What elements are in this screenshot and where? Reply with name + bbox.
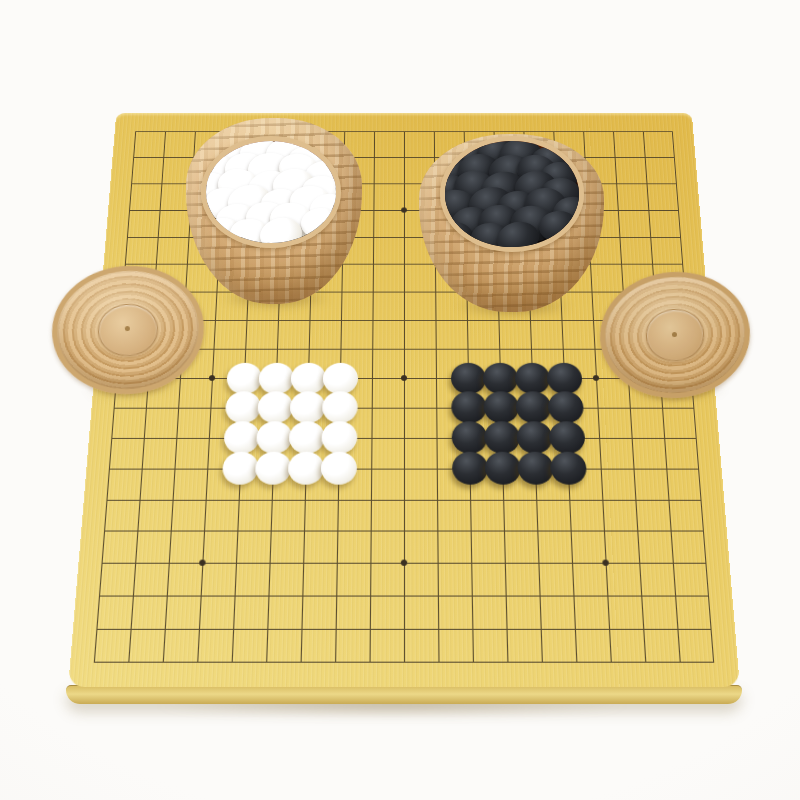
grid-cell bbox=[335, 629, 370, 663]
grid-cell bbox=[618, 210, 650, 237]
grid-cell bbox=[472, 596, 507, 629]
grid-cell bbox=[302, 563, 336, 596]
grid-cell bbox=[370, 596, 404, 629]
grid-cell bbox=[309, 320, 341, 349]
grid-cell bbox=[341, 320, 373, 349]
grid-cell bbox=[165, 596, 201, 629]
bowl-opening-white bbox=[201, 136, 341, 248]
grid-cell bbox=[372, 320, 404, 349]
grid-cell bbox=[373, 292, 404, 320]
black-stone[interactable] bbox=[482, 362, 518, 393]
grid-cell bbox=[569, 499, 604, 531]
grid-cell bbox=[236, 531, 271, 563]
grid-cell bbox=[137, 499, 172, 531]
grid-cell bbox=[540, 596, 575, 629]
grid-cell bbox=[541, 629, 577, 663]
grid-cell bbox=[199, 596, 235, 629]
grid-cell bbox=[664, 438, 699, 469]
grid-cell bbox=[472, 629, 507, 663]
black-stone-bowl[interactable] bbox=[418, 128, 605, 316]
grid-cell bbox=[505, 563, 540, 596]
grid-cell bbox=[371, 499, 404, 531]
grid-cell bbox=[371, 408, 404, 438]
grid-cell bbox=[470, 499, 504, 531]
grid-cell bbox=[374, 157, 404, 183]
grid-cell bbox=[604, 531, 639, 563]
grid-cell bbox=[602, 499, 637, 531]
black-stone[interactable] bbox=[451, 452, 487, 485]
grid-cell bbox=[643, 131, 675, 157]
grid-cell bbox=[471, 563, 505, 596]
grid-cell bbox=[404, 468, 437, 499]
black-stone[interactable] bbox=[484, 452, 521, 485]
grid-cell bbox=[635, 499, 670, 531]
grid-cell bbox=[232, 629, 268, 663]
grid-cell bbox=[372, 378, 404, 408]
grid-cell bbox=[503, 499, 537, 531]
grid-cell bbox=[270, 531, 304, 563]
grid-cell bbox=[437, 499, 471, 531]
grid-cell bbox=[131, 157, 163, 183]
grid-cell bbox=[144, 408, 178, 438]
grid-cell bbox=[96, 596, 132, 629]
grid-cell bbox=[125, 237, 158, 264]
grid-cell bbox=[437, 531, 471, 563]
white-stone-bowl[interactable] bbox=[185, 112, 363, 308]
grid-cell bbox=[536, 499, 570, 531]
grid-cell bbox=[646, 183, 678, 210]
grid-cell bbox=[267, 596, 302, 629]
grid-cell bbox=[336, 596, 370, 629]
grid-cell bbox=[268, 563, 303, 596]
grid-cell bbox=[202, 531, 237, 563]
grid-cell bbox=[371, 438, 404, 469]
grid-cell bbox=[371, 468, 404, 499]
board-side-edge bbox=[66, 685, 742, 704]
grid-cell bbox=[632, 438, 667, 469]
grid-cell bbox=[373, 264, 404, 292]
grid-cell bbox=[404, 320, 436, 349]
grid-cell bbox=[94, 629, 131, 663]
white-stone[interactable] bbox=[258, 362, 294, 393]
grid-cell bbox=[572, 563, 607, 596]
grid-cell bbox=[571, 531, 606, 563]
grid-cell bbox=[373, 210, 404, 237]
white-stone[interactable] bbox=[321, 392, 357, 424]
grid-cell bbox=[301, 629, 336, 663]
grid-cell bbox=[104, 499, 140, 531]
grid-cell bbox=[373, 237, 404, 264]
grid-cell bbox=[109, 438, 144, 469]
grid-cell bbox=[233, 596, 268, 629]
grid-cell bbox=[370, 563, 404, 596]
grid-cell bbox=[301, 596, 336, 629]
white-stone[interactable] bbox=[320, 452, 356, 485]
grid-cell bbox=[173, 468, 208, 499]
grid-cell bbox=[606, 563, 642, 596]
grid-cell bbox=[404, 438, 437, 469]
grid-cell bbox=[237, 499, 271, 531]
grid-cell bbox=[561, 320, 594, 349]
grid-cell bbox=[372, 349, 404, 378]
grid-cell bbox=[277, 320, 309, 349]
grid-cell bbox=[673, 563, 709, 596]
grid-cell bbox=[169, 531, 204, 563]
grid-cell bbox=[677, 629, 714, 663]
grid-cell bbox=[668, 499, 704, 531]
grid-cell bbox=[438, 629, 473, 663]
grid-cell bbox=[630, 408, 664, 438]
grid-cell bbox=[599, 438, 633, 469]
grid-cell bbox=[601, 468, 636, 499]
black-stone[interactable] bbox=[451, 392, 487, 424]
grid-cell bbox=[530, 320, 563, 349]
grid-cell bbox=[370, 629, 404, 663]
grid-cell bbox=[142, 438, 177, 469]
star-point bbox=[401, 375, 407, 381]
grid-cell bbox=[506, 596, 541, 629]
grid-cell bbox=[650, 237, 683, 264]
grid-cell bbox=[467, 320, 499, 349]
grid-cell bbox=[107, 468, 142, 499]
grid-cell bbox=[374, 131, 404, 157]
grid-cell bbox=[404, 499, 437, 531]
grid-cell bbox=[133, 131, 165, 157]
grid-cell bbox=[128, 629, 165, 663]
black-stone[interactable] bbox=[546, 362, 582, 393]
lid-center-dot bbox=[672, 331, 677, 336]
star-point bbox=[593, 375, 599, 381]
bowl-opening-black bbox=[440, 136, 584, 252]
grid-cell bbox=[373, 183, 404, 210]
grid-cell bbox=[438, 563, 472, 596]
grid-cell bbox=[648, 210, 681, 237]
grid-cell bbox=[133, 563, 169, 596]
white-stone[interactable] bbox=[287, 452, 324, 485]
grid-cell bbox=[337, 531, 371, 563]
grid-cell bbox=[507, 629, 542, 663]
grid-cell bbox=[643, 629, 680, 663]
grid-cell bbox=[641, 596, 677, 629]
grid-cell bbox=[666, 468, 701, 499]
grid-cell bbox=[304, 499, 338, 531]
grid-cell bbox=[471, 531, 505, 563]
white-stone[interactable] bbox=[226, 362, 262, 393]
white-stone[interactable] bbox=[290, 362, 326, 393]
bowl-lid-right[interactable] bbox=[596, 267, 754, 403]
grid-cell bbox=[404, 531, 438, 563]
product-photo-scene bbox=[0, 0, 800, 800]
grid-cell bbox=[111, 408, 146, 438]
grid-cell bbox=[135, 531, 171, 563]
grid-cell bbox=[167, 563, 203, 596]
grid-cell bbox=[613, 131, 645, 157]
grid-cell bbox=[404, 349, 436, 378]
grid-cell bbox=[633, 468, 668, 499]
grid-cell bbox=[645, 157, 677, 183]
star-point bbox=[401, 207, 407, 212]
grid-cell bbox=[337, 499, 371, 531]
grid-cell bbox=[575, 629, 611, 663]
grid-cell bbox=[245, 320, 278, 349]
grid-cell bbox=[537, 531, 572, 563]
black-stone[interactable] bbox=[451, 422, 487, 454]
grid-cell bbox=[619, 237, 652, 264]
grid-cell bbox=[404, 629, 438, 663]
grid-cell bbox=[129, 183, 161, 210]
grid-cell bbox=[538, 563, 573, 596]
black-stone[interactable] bbox=[450, 362, 486, 393]
grid-cell bbox=[102, 531, 138, 563]
grid-cell bbox=[197, 629, 233, 663]
grid-cell bbox=[404, 563, 438, 596]
grid-cell bbox=[336, 563, 370, 596]
grid-cell bbox=[303, 531, 337, 563]
grid-cell bbox=[607, 596, 643, 629]
grid-cell bbox=[616, 183, 648, 210]
grid-cell bbox=[404, 596, 438, 629]
grid-cell bbox=[163, 629, 199, 663]
grid-cell bbox=[140, 468, 175, 499]
grid-cell bbox=[171, 499, 206, 531]
grid-cell bbox=[671, 531, 707, 563]
grid-cell bbox=[201, 563, 236, 596]
grid-cell bbox=[504, 531, 538, 563]
white-stone[interactable] bbox=[321, 422, 357, 454]
grid-cell bbox=[370, 531, 404, 563]
grid-cell bbox=[404, 378, 436, 408]
grid-cell bbox=[404, 408, 437, 438]
grid-cell bbox=[573, 596, 609, 629]
grid-cell bbox=[637, 531, 673, 563]
grid-cell bbox=[438, 596, 472, 629]
grid-cell bbox=[639, 563, 675, 596]
grid-cell bbox=[598, 408, 632, 438]
grid-cell bbox=[176, 408, 210, 438]
white-stone[interactable] bbox=[322, 362, 358, 393]
grid-cell bbox=[266, 629, 301, 663]
grid-cell bbox=[271, 499, 305, 531]
grid-cell bbox=[127, 210, 160, 237]
grid-cell bbox=[131, 596, 167, 629]
grid-cell bbox=[235, 563, 270, 596]
bowl-lid-left[interactable] bbox=[47, 260, 210, 401]
grid-cell bbox=[675, 596, 711, 629]
grid-cell bbox=[214, 320, 247, 349]
grid-cell bbox=[175, 438, 209, 469]
grid-cell bbox=[435, 320, 467, 349]
grid-cell bbox=[609, 629, 645, 663]
grid-cell bbox=[498, 320, 530, 349]
grid-cell bbox=[662, 408, 697, 438]
grid-cell bbox=[99, 563, 135, 596]
grid-cell bbox=[204, 499, 239, 531]
grid-cell bbox=[615, 157, 647, 183]
black-stone[interactable] bbox=[514, 362, 550, 393]
